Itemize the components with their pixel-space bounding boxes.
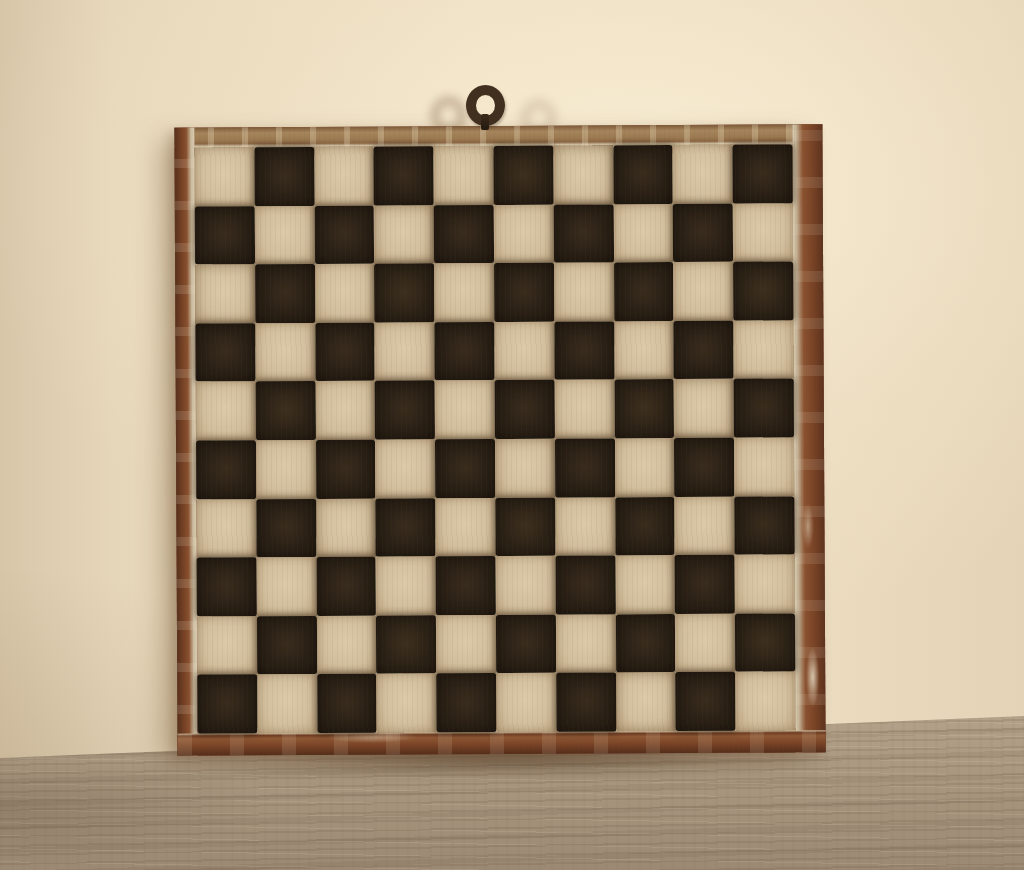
board-square bbox=[734, 379, 794, 438]
board-square bbox=[616, 614, 676, 673]
board-square bbox=[375, 322, 435, 381]
board-square bbox=[254, 147, 314, 206]
board-square bbox=[674, 379, 734, 438]
board-square bbox=[195, 323, 255, 382]
board-square bbox=[494, 322, 554, 381]
board-square bbox=[315, 322, 375, 381]
board-square bbox=[314, 205, 374, 264]
board-square bbox=[316, 440, 376, 499]
photo-scene bbox=[0, 0, 1024, 870]
board-square bbox=[675, 496, 735, 555]
board-square bbox=[375, 381, 435, 440]
board-square bbox=[434, 146, 494, 205]
board-square bbox=[674, 438, 734, 497]
board-square bbox=[554, 380, 614, 439]
board-grid bbox=[194, 144, 795, 733]
frame-right-rail bbox=[792, 124, 825, 752]
board-square bbox=[553, 145, 613, 204]
board-square bbox=[733, 144, 793, 203]
board-square bbox=[556, 614, 616, 673]
board-square bbox=[675, 555, 735, 614]
board-square bbox=[434, 263, 494, 322]
board-square bbox=[376, 615, 436, 674]
board-square bbox=[613, 204, 673, 263]
board-square bbox=[194, 147, 254, 206]
checkerboard bbox=[174, 124, 825, 755]
board-square bbox=[676, 672, 736, 731]
board-square bbox=[374, 146, 434, 205]
board-square bbox=[436, 615, 496, 674]
board-square bbox=[435, 439, 495, 498]
board-square bbox=[614, 321, 674, 380]
board-square bbox=[496, 556, 556, 615]
board-square bbox=[735, 555, 795, 614]
board-square bbox=[733, 262, 793, 321]
board-square bbox=[435, 498, 495, 557]
board-square bbox=[196, 499, 256, 558]
board-square bbox=[673, 262, 733, 321]
board-square bbox=[496, 673, 556, 732]
board-square bbox=[495, 439, 555, 498]
board-square bbox=[316, 557, 376, 616]
board-square bbox=[733, 203, 793, 262]
board-square bbox=[317, 615, 377, 674]
board-square bbox=[255, 264, 315, 323]
board-square bbox=[674, 321, 734, 380]
board-square bbox=[615, 497, 675, 556]
board-square bbox=[735, 672, 795, 731]
board-square bbox=[374, 264, 434, 323]
board-square bbox=[496, 615, 556, 674]
board-square bbox=[196, 382, 256, 441]
board-square bbox=[256, 440, 316, 499]
board-square bbox=[376, 557, 436, 616]
board-square bbox=[494, 263, 554, 322]
board-square bbox=[196, 440, 256, 499]
board-square bbox=[257, 616, 317, 675]
board-square bbox=[195, 264, 255, 323]
board-square bbox=[197, 557, 257, 616]
board-square bbox=[314, 147, 374, 206]
board-square bbox=[735, 613, 795, 672]
board-square bbox=[495, 380, 555, 439]
ring-screw-shank bbox=[481, 114, 489, 130]
board-square bbox=[197, 616, 257, 675]
board-square bbox=[256, 557, 316, 616]
board-square bbox=[555, 438, 615, 497]
board-square bbox=[554, 263, 614, 322]
board-square bbox=[554, 321, 614, 380]
board-square bbox=[434, 205, 494, 264]
board-square bbox=[673, 145, 733, 204]
board-square bbox=[317, 674, 377, 733]
board-square bbox=[376, 498, 436, 557]
board-square bbox=[255, 206, 315, 265]
board-square bbox=[495, 497, 555, 556]
board-square bbox=[195, 206, 255, 265]
board-square bbox=[734, 320, 794, 379]
board-square bbox=[435, 322, 495, 381]
board-square bbox=[613, 145, 673, 204]
board-square bbox=[436, 556, 496, 615]
board-square bbox=[555, 556, 615, 615]
board-square bbox=[197, 675, 257, 734]
board-square bbox=[435, 380, 495, 439]
board-square bbox=[616, 672, 676, 731]
board-square bbox=[494, 204, 554, 263]
board-square bbox=[734, 437, 794, 496]
board-square bbox=[614, 379, 674, 438]
board-square bbox=[256, 499, 316, 558]
board-square bbox=[316, 498, 376, 557]
board-square bbox=[734, 496, 794, 555]
board-square bbox=[436, 673, 496, 732]
board-square bbox=[377, 674, 437, 733]
board-square bbox=[614, 262, 674, 321]
board-square bbox=[255, 381, 315, 440]
board-square bbox=[375, 439, 435, 498]
board-square bbox=[255, 323, 315, 382]
board-square bbox=[315, 381, 375, 440]
board-square bbox=[257, 674, 317, 733]
board-square bbox=[493, 146, 553, 205]
board-square bbox=[675, 614, 735, 673]
frame-bottom-rail bbox=[178, 730, 826, 755]
board-square bbox=[615, 438, 675, 497]
board-square bbox=[374, 205, 434, 264]
board-square bbox=[673, 203, 733, 262]
board-square bbox=[556, 673, 616, 732]
board-square bbox=[554, 204, 614, 263]
board-square bbox=[315, 264, 375, 323]
board-square bbox=[555, 497, 615, 556]
board-square bbox=[615, 555, 675, 614]
